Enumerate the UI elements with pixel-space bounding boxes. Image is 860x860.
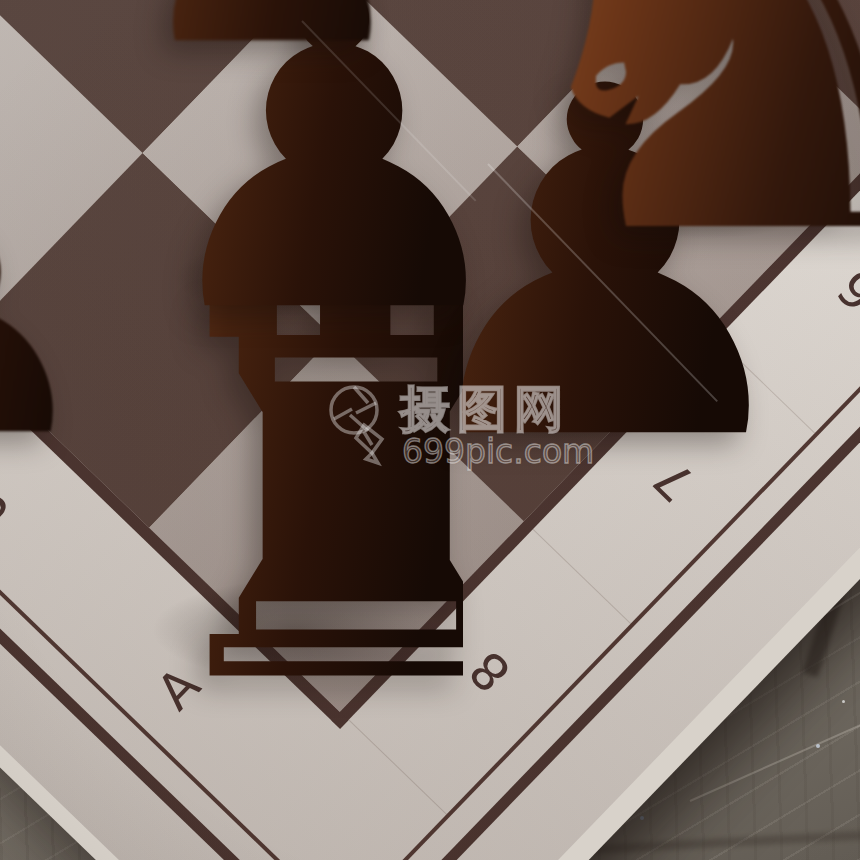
photo-stage: 87654321 ABCDEFGH ♜♟♟♞♟♟ 摄图网 699pic.com: [0, 0, 860, 860]
paint-speck: [842, 700, 845, 703]
paint-speck: [816, 744, 820, 748]
paint-speck: [748, 676, 753, 681]
paint-speck: [640, 816, 644, 820]
